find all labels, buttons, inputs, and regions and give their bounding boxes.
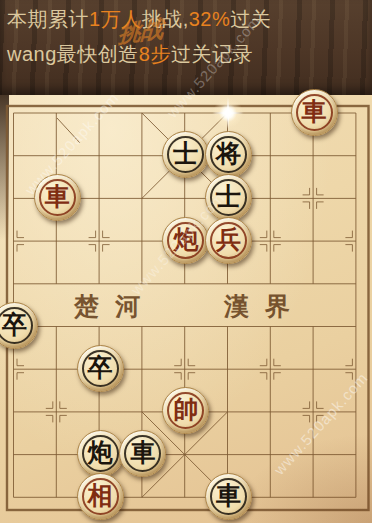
piece-glyph: 卒 <box>2 312 27 337</box>
text-segment: 1万人 <box>89 8 142 30</box>
piece-black-cannon[interactable]: 炮 <box>77 430 124 477</box>
text-segment: wang最快创造 <box>7 43 139 65</box>
piece-red-elephant[interactable]: 相 <box>77 473 124 520</box>
text-segment: 挑战, <box>142 8 189 30</box>
text-segment: 8步 <box>139 43 171 65</box>
piece-black-soldier[interactable]: 卒 <box>77 345 124 392</box>
piece-glyph: 相 <box>88 483 113 508</box>
xiangqi-board[interactable]: 楚河 漢界 www.520apk.com www.520apk.com www.… <box>0 95 372 523</box>
piece-glyph: 炮 <box>173 227 198 252</box>
piece-glyph: 車 <box>45 184 70 209</box>
piece-glyph: 士 <box>216 184 241 209</box>
challenge-stats-line: 本期累计1万人挑战,32%过关 <box>7 2 271 36</box>
piece-black-chariot[interactable]: 車 <box>205 473 252 520</box>
piece-red-soldier[interactable]: 兵 <box>205 217 252 264</box>
challenge-info-panel: 本期累计1万人挑战,32%过关 wang最快创造8步过关记录 挑战 www.52… <box>0 0 372 95</box>
piece-red-chariot[interactable]: 車 <box>291 89 338 136</box>
piece-black-advisor[interactable]: 士 <box>205 174 252 221</box>
piece-glyph: 士 <box>173 141 198 166</box>
text-segment: 过关记录 <box>171 43 253 65</box>
piece-glyph: 車 <box>302 99 327 124</box>
text-segment: 32% <box>189 8 231 30</box>
piece-glyph: 卒 <box>88 355 113 380</box>
piece-red-chariot[interactable]: 車 <box>34 174 81 221</box>
record-line: wang最快创造8步过关记录 <box>7 37 253 71</box>
piece-glyph: 車 <box>216 483 241 508</box>
piece-glyph: 車 <box>130 440 155 465</box>
piece-glyph: 帥 <box>173 397 198 422</box>
text-segment: 本期累计 <box>7 8 89 30</box>
text-segment: 过关 <box>230 8 271 30</box>
game-screen: 本期累计1万人挑战,32%过关 wang最快创造8步过关记录 挑战 www.52… <box>0 0 372 523</box>
river-label-han-jie: 漢界 <box>224 292 306 322</box>
piece-glyph: 兵 <box>216 227 241 252</box>
river-label-chu-he: 楚河 <box>74 292 156 322</box>
piece-glyph: 炮 <box>88 440 113 465</box>
piece-red-cannon[interactable]: 炮 <box>162 217 209 264</box>
piece-glyph: 将 <box>216 141 241 166</box>
piece-black-general[interactable]: 将 <box>205 131 252 178</box>
